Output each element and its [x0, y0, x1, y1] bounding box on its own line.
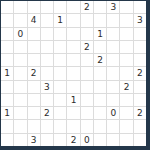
cell-r0-c9[interactable]: [120, 1, 132, 13]
cell-r4-c1[interactable]: [14, 54, 26, 66]
cell-r8-c7[interactable]: [94, 107, 106, 119]
cell-r5-c8[interactable]: [107, 67, 119, 79]
cell-r3-c1[interactable]: [14, 41, 26, 53]
cell-r6-c7[interactable]: [94, 81, 106, 93]
cell-r3-c2[interactable]: [28, 41, 40, 53]
cell-r5-c9[interactable]: [120, 67, 132, 79]
cell-r6-c8[interactable]: [107, 81, 119, 93]
cell-r9-c3[interactable]: [41, 120, 53, 132]
cell-r10-c10[interactable]: [134, 134, 146, 146]
cell-r2-c0[interactable]: [1, 28, 13, 40]
clue-cell-r0-c6: 2: [81, 1, 93, 13]
cell-r6-c4[interactable]: [54, 81, 66, 93]
cell-r7-c0[interactable]: [1, 94, 13, 106]
cell-r9-c2[interactable]: [28, 120, 40, 132]
cell-r7-c7[interactable]: [94, 94, 106, 106]
cell-r4-c0[interactable]: [1, 54, 13, 66]
cell-r5-c1[interactable]: [14, 67, 26, 79]
puzzle-board: 2341301221223211202320: [0, 0, 150, 150]
cell-r2-c3[interactable]: [41, 28, 53, 40]
clue-cell-r10-c6: 0: [81, 134, 93, 146]
clue-cell-r10-c2: 3: [28, 134, 40, 146]
cell-r8-c4[interactable]: [54, 107, 66, 119]
cell-r2-c5[interactable]: [67, 28, 79, 40]
cell-r4-c10[interactable]: [134, 54, 146, 66]
cell-r6-c5[interactable]: [67, 81, 79, 93]
cell-r9-c8[interactable]: [107, 120, 119, 132]
cell-r0-c7[interactable]: [94, 1, 106, 13]
cell-r0-c10[interactable]: [134, 1, 146, 13]
cell-r4-c8[interactable]: [107, 54, 119, 66]
cell-r2-c4[interactable]: [54, 28, 66, 40]
cell-r2-c10[interactable]: [134, 28, 146, 40]
cell-r3-c10[interactable]: [134, 41, 146, 53]
cell-r7-c10[interactable]: [134, 94, 146, 106]
clue-cell-r8-c3: 2: [41, 107, 53, 119]
cell-r0-c4[interactable]: [54, 1, 66, 13]
clue-cell-r6-c9: 2: [120, 81, 132, 93]
clue-cell-r1-c2: 4: [28, 14, 40, 26]
cell-r2-c6[interactable]: [81, 28, 93, 40]
cell-r3-c9[interactable]: [120, 41, 132, 53]
cell-r3-c0[interactable]: [1, 41, 13, 53]
cell-r9-c4[interactable]: [54, 120, 66, 132]
cell-r1-c0[interactable]: [1, 14, 13, 26]
clue-cell-r5-c0: 1: [1, 67, 13, 79]
cell-r10-c7[interactable]: [94, 134, 106, 146]
cell-r1-c5[interactable]: [67, 14, 79, 26]
cell-r8-c1[interactable]: [14, 107, 26, 119]
cell-r8-c9[interactable]: [120, 107, 132, 119]
cell-r4-c5[interactable]: [67, 54, 79, 66]
cell-r0-c2[interactable]: [28, 1, 40, 13]
cell-r9-c5[interactable]: [67, 120, 79, 132]
cell-r5-c5[interactable]: [67, 67, 79, 79]
cell-r0-c0[interactable]: [1, 1, 13, 13]
cell-r7-c8[interactable]: [107, 94, 119, 106]
cell-r0-c1[interactable]: [14, 1, 26, 13]
clue-cell-r8-c0: 1: [1, 107, 13, 119]
clue-cell-r2-c1: 0: [14, 28, 26, 40]
cell-r0-c5[interactable]: [67, 1, 79, 13]
clue-cell-r3-c6: 2: [81, 41, 93, 53]
clue-cell-r1-c4: 1: [54, 14, 66, 26]
cell-r9-c0[interactable]: [1, 120, 13, 132]
cell-r7-c9[interactable]: [120, 94, 132, 106]
cell-r7-c4[interactable]: [54, 94, 66, 106]
clue-cell-r2-c7: 1: [94, 28, 106, 40]
clue-cell-r6-c3: 3: [41, 81, 53, 93]
cell-r8-c2[interactable]: [28, 107, 40, 119]
cell-r2-c2[interactable]: [28, 28, 40, 40]
cell-r1-c8[interactable]: [107, 14, 119, 26]
cell-r9-c9[interactable]: [120, 120, 132, 132]
cell-r7-c6[interactable]: [81, 94, 93, 106]
cell-r4-c9[interactable]: [120, 54, 132, 66]
clue-cell-r0-c8: 3: [107, 1, 119, 13]
cell-r6-c2[interactable]: [28, 81, 40, 93]
cell-r9-c1[interactable]: [14, 120, 26, 132]
cell-r4-c3[interactable]: [41, 54, 53, 66]
cell-r5-c6[interactable]: [81, 67, 93, 79]
cell-r8-c6[interactable]: [81, 107, 93, 119]
cell-r4-c6[interactable]: [81, 54, 93, 66]
cell-r4-c2[interactable]: [28, 54, 40, 66]
clue-cell-r4-c7: 2: [94, 54, 106, 66]
cell-r3-c4[interactable]: [54, 41, 66, 53]
cell-r8-c5[interactable]: [67, 107, 79, 119]
cell-r1-c1[interactable]: [14, 14, 26, 26]
cell-r3-c3[interactable]: [41, 41, 53, 53]
cell-r10-c1[interactable]: [14, 134, 26, 146]
cell-r5-c4[interactable]: [54, 67, 66, 79]
cell-r5-c3[interactable]: [41, 67, 53, 79]
cell-r2-c8[interactable]: [107, 28, 119, 40]
clue-cell-r5-c10: 2: [134, 67, 146, 79]
cell-r9-c7[interactable]: [94, 120, 106, 132]
cell-r1-c6[interactable]: [81, 14, 93, 26]
clue-cell-r1-c10: 3: [134, 14, 146, 26]
cell-r7-c2[interactable]: [28, 94, 40, 106]
cell-r3-c7[interactable]: [94, 41, 106, 53]
cell-r1-c7[interactable]: [94, 14, 106, 26]
cell-r4-c4[interactable]: [54, 54, 66, 66]
cell-r9-c6[interactable]: [81, 120, 93, 132]
clue-cell-r7-c5: 1: [67, 94, 79, 106]
cell-r3-c8[interactable]: [107, 41, 119, 53]
cell-r10-c8[interactable]: [107, 134, 119, 146]
clue-cell-r8-c10: 2: [134, 107, 146, 119]
cell-r2-c9[interactable]: [120, 28, 132, 40]
cell-r0-c3[interactable]: [41, 1, 53, 13]
cell-r6-c0[interactable]: [1, 81, 13, 93]
cell-r10-c4[interactable]: [54, 134, 66, 146]
cell-r6-c1[interactable]: [14, 81, 26, 93]
cell-r1-c9[interactable]: [120, 14, 132, 26]
cell-r10-c0[interactable]: [1, 134, 13, 146]
clue-cell-r5-c2: 2: [28, 67, 40, 79]
cell-r10-c9[interactable]: [120, 134, 132, 146]
cell-r3-c5[interactable]: [67, 41, 79, 53]
clue-cell-r8-c8: 0: [107, 107, 119, 119]
cell-r1-c3[interactable]: [41, 14, 53, 26]
cell-r10-c3[interactable]: [41, 134, 53, 146]
cell-r7-c3[interactable]: [41, 94, 53, 106]
clue-cell-r10-c5: 2: [67, 134, 79, 146]
cell-r6-c10[interactable]: [134, 81, 146, 93]
cell-r7-c1[interactable]: [14, 94, 26, 106]
cell-r6-c6[interactable]: [81, 81, 93, 93]
cell-r5-c7[interactable]: [94, 67, 106, 79]
cell-r9-c10[interactable]: [134, 120, 146, 132]
